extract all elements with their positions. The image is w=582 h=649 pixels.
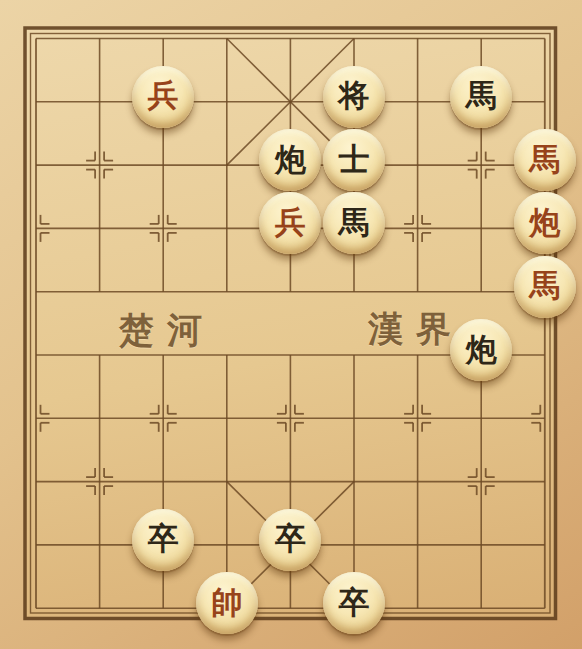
piece-ring: 士	[331, 137, 377, 183]
piece-glyph: 卒	[148, 523, 179, 554]
piece-ring: 卒	[267, 517, 313, 563]
piece-glyph: 卒	[339, 587, 370, 618]
piece-glyph: 馬	[529, 144, 560, 175]
piece-ring: 炮	[458, 327, 504, 373]
piece-black-horse[interactable]: 馬	[323, 192, 385, 254]
xiangqi-board[interactable]: 楚河 漢界 兵将馬炮士馬兵馬炮馬炮卒卒帥卒	[0, 0, 582, 649]
piece-black-cannon[interactable]: 炮	[450, 319, 512, 381]
piece-ring: 馬	[331, 200, 377, 246]
piece-red-soldier[interactable]: 兵	[132, 66, 194, 128]
piece-glyph: 帥	[211, 587, 242, 618]
piece-glyph: 将	[339, 80, 370, 111]
piece-ring: 炮	[522, 200, 568, 246]
piece-glyph: 兵	[275, 207, 306, 238]
piece-glyph: 炮	[466, 334, 497, 365]
piece-ring: 卒	[331, 580, 377, 626]
piece-glyph: 卒	[275, 523, 306, 554]
piece-glyph: 馬	[466, 80, 497, 111]
piece-black-horse[interactable]: 馬	[450, 66, 512, 128]
piece-black-soldier[interactable]: 卒	[132, 509, 194, 571]
piece-glyph: 馬	[529, 270, 560, 301]
piece-ring: 将	[331, 74, 377, 120]
piece-glyph: 炮	[529, 207, 560, 238]
piece-red-cannon[interactable]: 炮	[514, 192, 576, 254]
piece-black-general[interactable]: 将	[323, 66, 385, 128]
piece-red-horse[interactable]: 馬	[514, 129, 576, 191]
river-label-chu-he: 楚河	[119, 307, 215, 354]
piece-ring: 馬	[522, 137, 568, 183]
piece-ring: 炮	[267, 137, 313, 183]
piece-glyph: 炮	[275, 144, 306, 175]
piece-ring: 兵	[267, 200, 313, 246]
piece-ring: 馬	[458, 74, 504, 120]
piece-ring: 卒	[140, 517, 186, 563]
piece-glyph: 馬	[339, 207, 370, 238]
piece-black-soldier[interactable]: 卒	[323, 572, 385, 634]
piece-ring: 馬	[522, 264, 568, 310]
piece-black-soldier[interactable]: 卒	[259, 509, 321, 571]
piece-black-advisor[interactable]: 士	[323, 129, 385, 191]
piece-ring: 帥	[204, 580, 250, 626]
piece-red-horse[interactable]: 馬	[514, 256, 576, 318]
piece-glyph: 兵	[148, 80, 179, 111]
piece-red-general[interactable]: 帥	[196, 572, 258, 634]
piece-ring: 兵	[140, 74, 186, 120]
piece-glyph: 士	[339, 144, 370, 175]
